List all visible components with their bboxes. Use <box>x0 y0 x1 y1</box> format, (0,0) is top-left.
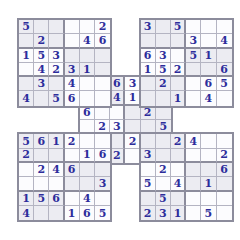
sudoku-cell-top-right-r5c6[interactable]: 5 <box>217 77 232 91</box>
sudoku-cell-top-left-r2c5[interactable]: 4 <box>80 34 95 48</box>
sudoku-cell-top-left-r5c4[interactable]: 4 <box>65 77 80 91</box>
sudoku-cell-top-left-r1c6[interactable]: 2 <box>95 20 110 34</box>
sudoku-cell-top-left-r1c4[interactable] <box>65 20 80 34</box>
sudoku-cell-top-right-r2c2[interactable] <box>156 34 171 48</box>
sudoku-cell-bottom-right-r2c1[interactable]: 3 <box>141 149 156 163</box>
sudoku-cell-top-right-r1c1[interactable]: 3 <box>141 20 156 34</box>
sudoku-cell-bottom-right-r2c5[interactable] <box>201 149 216 163</box>
sudoku-cell-bottom-right-r1c4[interactable]: 4 <box>186 134 201 148</box>
subgrid-top-left: 52246153423134456 <box>17 18 112 108</box>
sudoku-cell-bottom-right-r5c2[interactable]: 5 <box>156 192 171 206</box>
sudoku-cell-top-right-r2c5[interactable] <box>201 34 216 48</box>
sudoku-cell-bottom-left-r6c2[interactable] <box>34 206 49 220</box>
sudoku-cell-bottom-left-r3c5[interactable] <box>80 163 95 177</box>
sudoku-cell-center-r3c3[interactable] <box>110 106 125 120</box>
sudoku-cell-bottom-right-r6c4[interactable] <box>186 206 201 220</box>
sudoku-cell-center-r4c3[interactable]: 3 <box>110 120 125 134</box>
sudoku-cell-bottom-right-r1c2[interactable] <box>156 134 171 148</box>
sudoku-cell-top-right-r3c3[interactable] <box>171 49 186 63</box>
sudoku-cell-top-left-r2c2[interactable]: 2 <box>34 34 49 48</box>
sudoku-cell-top-right-r1c6[interactable] <box>217 20 232 34</box>
sudoku-cell-top-left-r1c2[interactable] <box>34 20 49 34</box>
sudoku-cell-top-left-r1c5[interactable] <box>80 20 95 34</box>
sudoku-cell-bottom-right-r4c2[interactable] <box>156 177 171 191</box>
sudoku-cell-bottom-left-r3c6[interactable] <box>95 163 110 177</box>
sudoku-cell-center-r5c3[interactable] <box>110 134 125 148</box>
sudoku-cell-bottom-left-r6c3[interactable] <box>49 206 64 220</box>
sudoku-cell-bottom-right-r3c4[interactable] <box>186 163 201 177</box>
sudoku-cell-top-left-r4c1[interactable] <box>19 63 34 77</box>
sudoku-cell-bottom-left-r2c4[interactable] <box>65 149 80 163</box>
sudoku-cell-bottom-right-r6c2[interactable]: 3 <box>156 206 171 220</box>
sudoku-cell-top-right-r1c3[interactable]: 5 <box>171 20 186 34</box>
sudoku-cell-top-left-r3c2[interactable]: 5 <box>34 49 49 63</box>
sudoku-cell-bottom-right-r4c4[interactable] <box>186 177 201 191</box>
sudoku-cell-center-r3c2[interactable] <box>95 106 110 120</box>
sudoku-cell-center-r6c3[interactable]: 2 <box>110 149 125 163</box>
sudoku-cell-top-right-r4c6[interactable]: 6 <box>217 63 232 77</box>
sudoku-cell-bottom-right-r4c6[interactable] <box>217 177 232 191</box>
sudoku-cell-bottom-left-r5c1[interactable]: 1 <box>19 192 34 206</box>
sudoku-cell-top-left-r6c3[interactable]: 5 <box>49 91 64 105</box>
sudoku-cell-top-right-r4c4[interactable] <box>186 63 201 77</box>
sudoku-cell-bottom-left-r1c5[interactable] <box>80 134 95 148</box>
sudoku-cell-top-right-r3c4[interactable]: 5 <box>186 49 201 63</box>
sudoku-cell-bottom-right-r1c3[interactable]: 2 <box>171 134 186 148</box>
sudoku-cell-bottom-left-r4c1[interactable] <box>19 177 34 191</box>
sudoku-cell-top-right-r6c4[interactable] <box>186 91 201 105</box>
sudoku-cell-bottom-left-r3c4[interactable]: 6 <box>65 163 80 177</box>
sudoku-cell-bottom-left-r2c1[interactable]: 2 <box>19 149 34 163</box>
sudoku-cell-bottom-right-r3c1[interactable] <box>141 163 156 177</box>
sudoku-cell-top-left-r4c2[interactable]: 4 <box>34 63 49 77</box>
sudoku-cell-top-left-r6c5[interactable] <box>80 91 95 105</box>
sudoku-cell-center-r3c1[interactable]: 6 <box>80 106 95 120</box>
sudoku-cell-top-left-r5c1[interactable] <box>19 77 34 91</box>
sudoku-cell-top-left-r3c1[interactable]: 1 <box>19 49 34 63</box>
sudoku-cell-top-left-r3c3[interactable]: 3 <box>49 49 64 63</box>
sudoku-cell-top-right-r5c3[interactable] <box>171 77 186 91</box>
sudoku-cell-top-right-r3c6[interactable] <box>217 49 232 63</box>
sudoku-cell-top-left-r6c4[interactable]: 6 <box>65 91 80 105</box>
sudoku-cell-top-right-r6c2[interactable] <box>156 91 171 105</box>
sudoku-cell-top-left-r2c3[interactable] <box>49 34 64 48</box>
sudoku-cell-top-right-r6c6[interactable] <box>217 91 232 105</box>
sudoku-cell-bottom-right-r4c5[interactable]: 1 <box>201 177 216 191</box>
sudoku-cell-bottom-left-r1c4[interactable]: 2 <box>65 134 80 148</box>
sudoku-cell-bottom-left-r2c6[interactable]: 6 <box>95 149 110 163</box>
sudoku-cell-top-left-r2c1[interactable] <box>19 34 34 48</box>
sudoku-cell-bottom-right-r1c1[interactable] <box>141 134 156 148</box>
sudoku-cell-bottom-right-r2c3[interactable] <box>171 149 186 163</box>
sudoku-cell-bottom-right-r6c1[interactable]: 2 <box>141 206 156 220</box>
sudoku-cell-top-left-r1c3[interactable] <box>49 20 64 34</box>
sudoku-cell-bottom-left-r5c4[interactable] <box>65 192 80 206</box>
sudoku-cell-bottom-left-r2c5[interactable]: 1 <box>80 149 95 163</box>
sudoku-cell-top-right-r2c6[interactable]: 4 <box>217 34 232 48</box>
subgrid-top-right: 35346351152626514 <box>139 18 234 108</box>
sudoku-cell-top-right-r5c4[interactable] <box>186 77 201 91</box>
sudoku-cell-bottom-right-r2c6[interactable]: 2 <box>217 149 232 163</box>
sudoku-cell-top-right-r5c2[interactable]: 2 <box>156 77 171 91</box>
sudoku-cell-top-right-r6c1[interactable] <box>141 91 156 105</box>
sudoku-cell-bottom-left-r4c6[interactable]: 3 <box>95 177 110 191</box>
sudoku-cell-bottom-left-r2c2[interactable] <box>34 149 49 163</box>
sudoku-cell-bottom-right-r5c4[interactable] <box>186 192 201 206</box>
sudoku-cell-bottom-left-r6c4[interactable]: 1 <box>65 206 80 220</box>
sudoku-cell-bottom-left-r1c6[interactable] <box>95 134 110 148</box>
sudoku-cell-top-left-r4c5[interactable]: 1 <box>80 63 95 77</box>
sudoku-cell-top-right-r2c1[interactable] <box>141 34 156 48</box>
sudoku-cell-bottom-right-r2c2[interactable] <box>156 149 171 163</box>
sudoku-cell-bottom-right-r6c6[interactable] <box>217 206 232 220</box>
sudoku-cell-top-right-r3c1[interactable]: 6 <box>141 49 156 63</box>
sudoku-cell-center-r3c6[interactable] <box>156 106 171 120</box>
sudoku-cell-top-left-r2c4[interactable] <box>65 34 80 48</box>
sudoku-cell-bottom-left-r1c3[interactable]: 1 <box>49 134 64 148</box>
sudoku-cell-bottom-left-r5c5[interactable]: 4 <box>80 192 95 206</box>
sudoku-cell-top-right-r3c2[interactable]: 3 <box>156 49 171 63</box>
sudoku-cell-top-right-r5c5[interactable]: 6 <box>201 77 216 91</box>
sudoku-cell-bottom-right-r5c6[interactable] <box>217 192 232 206</box>
sudoku-cell-bottom-right-r3c5[interactable] <box>201 163 216 177</box>
sudoku-cell-center-r3c5[interactable]: 2 <box>141 106 156 120</box>
sudoku-cell-top-left-r5c6[interactable] <box>95 77 110 91</box>
sudoku-cell-top-left-r3c4[interactable] <box>65 49 80 63</box>
sudoku-cell-top-right-r2c4[interactable]: 3 <box>186 34 201 48</box>
subgrid-bottom-right: 24322654152315 <box>139 132 234 222</box>
sudoku-cell-bottom-right-r3c3[interactable] <box>171 163 186 177</box>
sudoku-cell-bottom-left-r5c3[interactable]: 6 <box>49 192 64 206</box>
sudoku-cell-bottom-left-r6c6[interactable]: 5 <box>95 206 110 220</box>
sudoku-cell-bottom-left-r1c1[interactable]: 5 <box>19 134 34 148</box>
sudoku-cell-top-right-r4c5[interactable] <box>201 63 216 77</box>
sudoku-cell-top-right-r4c2[interactable]: 5 <box>156 63 171 77</box>
sudoku-cell-top-left-r4c6[interactable] <box>95 63 110 77</box>
sudoku-cell-bottom-left-r2c3[interactable] <box>49 149 64 163</box>
sudoku-cell-top-left-r5c2[interactable]: 3 <box>34 77 49 91</box>
sudoku-cell-bottom-left-r3c1[interactable] <box>19 163 34 177</box>
subgrid-bottom-left: 5612216246315644165 <box>17 132 112 222</box>
sudoku-cell-bottom-left-r3c3[interactable]: 4 <box>49 163 64 177</box>
sudoku-cell-bottom-right-r4c1[interactable]: 5 <box>141 177 156 191</box>
sudoku-cell-top-left-r6c1[interactable]: 4 <box>19 91 34 105</box>
sudoku-cell-bottom-left-r3c2[interactable]: 2 <box>34 163 49 177</box>
sudoku-cell-top-left-r6c6[interactable] <box>95 91 110 105</box>
sudoku-cell-top-left-r1c1[interactable]: 5 <box>19 20 34 34</box>
sudoku-cell-center-r3c4[interactable] <box>125 106 140 120</box>
sudoku-cell-top-right-r1c5[interactable] <box>201 20 216 34</box>
sudoku-cell-top-right-r6c5[interactable]: 4 <box>201 91 216 105</box>
sudoku-cell-bottom-right-r1c5[interactable] <box>201 134 216 148</box>
sudoku-cell-bottom-left-r4c4[interactable] <box>65 177 80 191</box>
sudoku-cell-bottom-left-r4c5[interactable] <box>80 177 95 191</box>
sudoku-cell-top-right-r2c3[interactable] <box>171 34 186 48</box>
sudoku-cell-bottom-right-r1c6[interactable] <box>217 134 232 148</box>
sudoku-cell-top-left-r3c5[interactable] <box>80 49 95 63</box>
sudoku-cell-bottom-left-r5c6[interactable] <box>95 192 110 206</box>
sudoku-cell-bottom-left-r1c2[interactable]: 6 <box>34 134 49 148</box>
sudoku-cell-top-left-r3c6[interactable] <box>95 49 110 63</box>
sudoku-cell-top-left-r6c2[interactable] <box>34 91 49 105</box>
samurai-sudoku-board: 6324162235216235224615342313445635346351… <box>0 0 240 240</box>
sudoku-cell-top-right-r4c1[interactable]: 1 <box>141 63 156 77</box>
sudoku-cell-bottom-right-r6c5[interactable]: 5 <box>201 206 216 220</box>
sudoku-cell-top-left-r2c6[interactable]: 6 <box>95 34 110 48</box>
sudoku-cell-bottom-right-r5c5[interactable] <box>201 192 216 206</box>
sudoku-cell-bottom-left-r6c5[interactable]: 6 <box>80 206 95 220</box>
sudoku-cell-bottom-right-r5c3[interactable] <box>171 192 186 206</box>
sudoku-cell-top-left-r4c3[interactable]: 2 <box>49 63 64 77</box>
sudoku-cell-bottom-right-r2c4[interactable] <box>186 149 201 163</box>
sudoku-cell-bottom-right-r6c3[interactable]: 1 <box>171 206 186 220</box>
sudoku-cell-top-right-r3c5[interactable]: 1 <box>201 49 216 63</box>
sudoku-cell-bottom-left-r4c2[interactable] <box>34 177 49 191</box>
sudoku-cell-bottom-right-r3c6[interactable]: 6 <box>217 163 232 177</box>
sudoku-cell-top-left-r4c4[interactable]: 3 <box>65 63 80 77</box>
sudoku-cell-top-left-r5c3[interactable] <box>49 77 64 91</box>
sudoku-cell-center-r1c3[interactable]: 6 <box>110 77 125 91</box>
sudoku-cell-bottom-right-r3c2[interactable]: 2 <box>156 163 171 177</box>
sudoku-cell-bottom-left-r4c3[interactable] <box>49 177 64 191</box>
sudoku-cell-bottom-right-r4c3[interactable]: 4 <box>171 177 186 191</box>
sudoku-cell-top-right-r5c1[interactable] <box>141 77 156 91</box>
sudoku-cell-center-r2c3[interactable]: 4 <box>110 91 125 105</box>
sudoku-cell-top-right-r4c3[interactable]: 2 <box>171 63 186 77</box>
sudoku-cell-top-right-r1c4[interactable] <box>186 20 201 34</box>
sudoku-cell-bottom-left-r5c2[interactable]: 5 <box>34 192 49 206</box>
sudoku-cell-bottom-left-r6c1[interactable]: 4 <box>19 206 34 220</box>
sudoku-cell-bottom-right-r5c1[interactable] <box>141 192 156 206</box>
sudoku-cell-top-right-r1c2[interactable] <box>156 20 171 34</box>
sudoku-cell-top-left-r5c5[interactable] <box>80 77 95 91</box>
sudoku-cell-top-right-r6c3[interactable]: 1 <box>171 91 186 105</box>
